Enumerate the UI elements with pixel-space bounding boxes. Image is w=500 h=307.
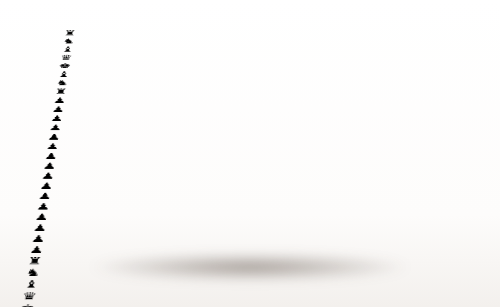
square-d1: ♛ (21, 290, 479, 302)
square-h8: ♜ (54, 87, 446, 96)
piece-white-pawn: ♟ (34, 212, 50, 223)
square-g8: ♞ (55, 79, 444, 88)
piece-white-bishop: ♝ (23, 278, 40, 290)
square-d7: ♟ (48, 123, 452, 132)
chess-board: ♜♞♝♛♚♝♞♜♟♟♟♟♟♟♟♟♟♟♟♟♟♟♟♟♜♞♝♛♚♝♞♜ ◉♪♟↶● ●… (30, 29, 470, 246)
square-e1: ♚ (19, 302, 481, 307)
square-e8: ♚ (58, 62, 442, 70)
piece-black-pawn: ♟ (47, 132, 62, 141)
square-f2: ♟ (32, 222, 468, 233)
square-b8: ♞ (62, 37, 438, 45)
piece-white-knight: ♞ (25, 267, 41, 279)
piece-white-pawn: ♟ (30, 233, 46, 244)
square-a8: ♜ (63, 29, 436, 37)
piece-black-rook: ♜ (54, 87, 68, 96)
square-c1: ♝ (23, 278, 477, 290)
squares-grid: ♜♞♝♛♚♝♞♜♟♟♟♟♟♟♟♟♟♟♟♟♟♟♟♟♜♞♝♛♚♝♞♜ (13, 29, 487, 307)
square-g7: ♟ (44, 151, 457, 161)
square-a2: ♟ (40, 171, 459, 181)
piece-white-pawn: ♟ (35, 201, 51, 211)
piece-white-rook: ♜ (27, 255, 43, 266)
product-photo-scene: ♜♞♝♛♚♝♞♜♟♟♟♟♟♟♟♟♟♟♟♟♟♟♟♟♜♞♝♛♚♝♞♜ ◉♪♟↶● ●… (0, 0, 500, 307)
square-b7: ♟ (51, 105, 449, 114)
square-f8: ♝ (57, 70, 444, 79)
square-a7: ♟ (53, 96, 448, 105)
square-h2: ♟ (28, 244, 471, 255)
square-e2: ♟ (34, 212, 466, 223)
piece-black-knight: ♞ (55, 79, 69, 88)
piece-black-pawn: ♟ (44, 151, 59, 161)
piece-black-queen: ♛ (59, 53, 73, 61)
piece-white-pawn: ♟ (28, 244, 44, 255)
square-e7: ♟ (47, 132, 454, 141)
square-f7: ♟ (45, 142, 455, 152)
piece-white-pawn: ♟ (40, 171, 55, 181)
piece-black-pawn: ♟ (51, 105, 65, 114)
square-b1: ♞ (25, 267, 475, 279)
perspective-wrapper: ♜♞♝♛♚♝♞♜♟♟♟♟♟♟♟♟♟♟♟♟♟♟♟♟♜♞♝♛♚♝♞♜ ◉♪♟↶● ●… (0, 0, 500, 307)
piece-black-rook: ♜ (63, 29, 76, 37)
square-h7: ♟ (42, 161, 458, 171)
square-d8: ♛ (59, 53, 440, 61)
piece-black-knight: ♞ (62, 37, 75, 45)
square-g2: ♟ (30, 233, 469, 244)
piece-black-pawn: ♟ (50, 114, 64, 123)
square-c8: ♝ (61, 45, 440, 53)
square-c2: ♟ (37, 191, 463, 201)
piece-white-pawn: ♟ (32, 222, 48, 233)
piece-white-king: ♚ (19, 302, 36, 307)
square-c7: ♟ (50, 114, 451, 123)
piece-black-pawn: ♟ (42, 161, 57, 171)
piece-white-pawn: ♟ (39, 181, 54, 191)
piece-black-pawn: ♟ (48, 123, 63, 132)
piece-white-queen: ♛ (21, 290, 38, 302)
piece-black-bishop: ♝ (57, 70, 71, 79)
piece-black-king: ♚ (58, 62, 72, 70)
piece-black-pawn: ♟ (45, 142, 60, 152)
playing-area: ♜♞♝♛♚♝♞♜♟♟♟♟♟♟♟♟♟♟♟♟♟♟♟♟♜♞♝♛♚♝♞♜ (13, 29, 487, 307)
square-b2: ♟ (39, 181, 461, 191)
piece-black-bishop: ♝ (61, 45, 75, 53)
piece-black-pawn: ♟ (53, 96, 67, 105)
square-d2: ♟ (35, 201, 464, 211)
square-a1: ♜ (27, 255, 474, 266)
piece-white-pawn: ♟ (37, 191, 52, 201)
